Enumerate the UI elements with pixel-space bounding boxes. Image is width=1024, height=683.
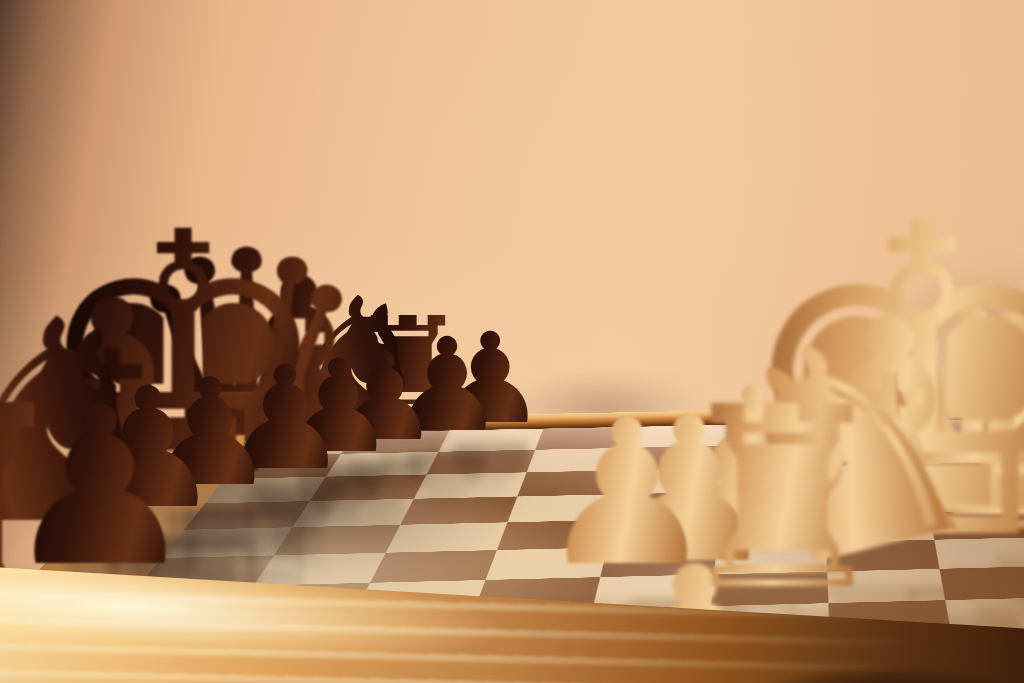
- chessboard-photo: ♜♜♟♟♞♞♟♟♝♝♟♟♛♛♟♟♚♚♟♟♝♝♟♟♞♞♟♟♜♜♟♟♟♟♜♜♟♟♞♞…: [0, 0, 1024, 683]
